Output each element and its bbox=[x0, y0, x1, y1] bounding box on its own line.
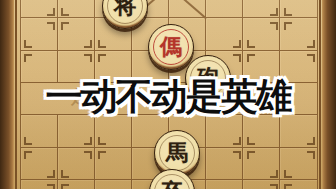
point-marker bbox=[98, 151, 106, 159]
board-border-line-left bbox=[15, 0, 17, 189]
point-marker bbox=[247, 137, 255, 145]
point-marker bbox=[247, 151, 255, 159]
point-marker bbox=[284, 8, 292, 16]
piece-character: 馬 bbox=[166, 141, 188, 163]
point-marker bbox=[47, 8, 55, 16]
point-marker bbox=[98, 40, 106, 48]
point-marker bbox=[284, 184, 292, 189]
point-marker bbox=[247, 40, 255, 48]
point-marker bbox=[233, 40, 241, 48]
point-marker bbox=[307, 54, 315, 62]
board-cell[interactable] bbox=[94, 179, 132, 189]
piece-character: 将 bbox=[114, 0, 136, 16]
point-marker bbox=[284, 170, 292, 178]
point-marker bbox=[98, 137, 106, 145]
point-marker bbox=[47, 22, 55, 30]
point-marker bbox=[307, 151, 315, 159]
point-marker bbox=[24, 137, 32, 145]
point-marker bbox=[98, 54, 106, 62]
point-marker bbox=[270, 8, 278, 16]
point-marker bbox=[47, 184, 55, 189]
point-marker bbox=[24, 151, 32, 159]
point-marker bbox=[47, 170, 55, 178]
point-marker bbox=[270, 22, 278, 30]
piece-red-horse[interactable]: 傌 bbox=[148, 24, 194, 70]
point-marker bbox=[233, 151, 241, 159]
point-marker bbox=[84, 40, 92, 48]
board-border-line-right bbox=[319, 0, 321, 189]
point-marker bbox=[270, 184, 278, 189]
point-marker bbox=[24, 40, 32, 48]
point-marker bbox=[307, 40, 315, 48]
point-marker bbox=[270, 170, 278, 178]
meme-caption: 一动不动是英雄 bbox=[46, 72, 291, 122]
point-marker bbox=[84, 137, 92, 145]
point-marker bbox=[247, 54, 255, 62]
point-marker bbox=[61, 170, 69, 178]
point-marker bbox=[61, 184, 69, 189]
point-marker bbox=[84, 151, 92, 159]
point-marker bbox=[233, 54, 241, 62]
point-marker bbox=[24, 54, 32, 62]
xiangqi-screenshot: 楚河 汉界 将傌砲馬卒 一动不动是英雄 bbox=[0, 0, 336, 189]
piece-character: 卒 bbox=[161, 180, 183, 189]
point-marker bbox=[307, 137, 315, 145]
board-cell[interactable] bbox=[205, 0, 243, 18]
point-marker bbox=[284, 22, 292, 30]
point-marker bbox=[61, 8, 69, 16]
point-marker bbox=[61, 22, 69, 30]
point-marker bbox=[84, 54, 92, 62]
wood-frame-right bbox=[322, 0, 336, 189]
board-cell[interactable] bbox=[205, 179, 243, 189]
wood-frame-left bbox=[0, 0, 14, 189]
piece-character: 傌 bbox=[160, 35, 182, 57]
point-marker bbox=[233, 137, 241, 145]
